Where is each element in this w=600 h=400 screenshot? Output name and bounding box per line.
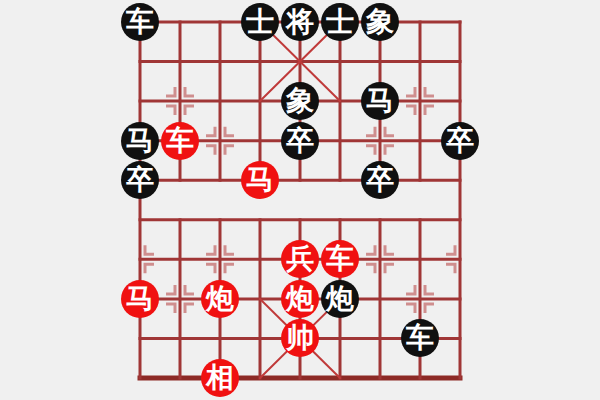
piece-red-cannon[interactable]: 炮 (281, 280, 319, 318)
piece-black-horse[interactable]: 马 (121, 122, 159, 160)
piece-black-chariot[interactable]: 车 (121, 3, 159, 41)
piece-red-elephant[interactable]: 相 (201, 359, 239, 397)
piece-black-general[interactable]: 将 (281, 3, 319, 41)
piece-black-chariot[interactable]: 车 (401, 319, 439, 357)
xiangqi-board: 车士将士象象马马车卒卒卒马卒兵车马炮炮炮帅车相 (0, 0, 600, 400)
piece-red-cannon[interactable]: 炮 (201, 280, 239, 318)
piece-black-soldier[interactable]: 卒 (281, 122, 319, 160)
piece-black-soldier[interactable]: 卒 (361, 161, 399, 199)
piece-black-soldier[interactable]: 卒 (121, 161, 159, 199)
piece-black-soldier[interactable]: 卒 (441, 122, 479, 160)
piece-red-chariot[interactable]: 车 (321, 240, 359, 278)
piece-black-cannon[interactable]: 炮 (321, 280, 359, 318)
piece-black-advisor[interactable]: 士 (321, 3, 359, 41)
piece-red-horse[interactable]: 马 (241, 161, 279, 199)
piece-red-chariot[interactable]: 车 (161, 122, 199, 160)
piece-red-horse[interactable]: 马 (121, 280, 159, 318)
piece-black-elephant[interactable]: 象 (281, 82, 319, 120)
piece-black-horse[interactable]: 马 (361, 82, 399, 120)
piece-red-king[interactable]: 帅 (281, 319, 319, 357)
piece-black-advisor[interactable]: 士 (241, 3, 279, 41)
piece-red-soldier[interactable]: 兵 (281, 240, 319, 278)
piece-black-elephant[interactable]: 象 (361, 3, 399, 41)
pieces-layer: 车士将士象象马马车卒卒卒马卒兵车马炮炮炮帅车相 (0, 0, 600, 400)
